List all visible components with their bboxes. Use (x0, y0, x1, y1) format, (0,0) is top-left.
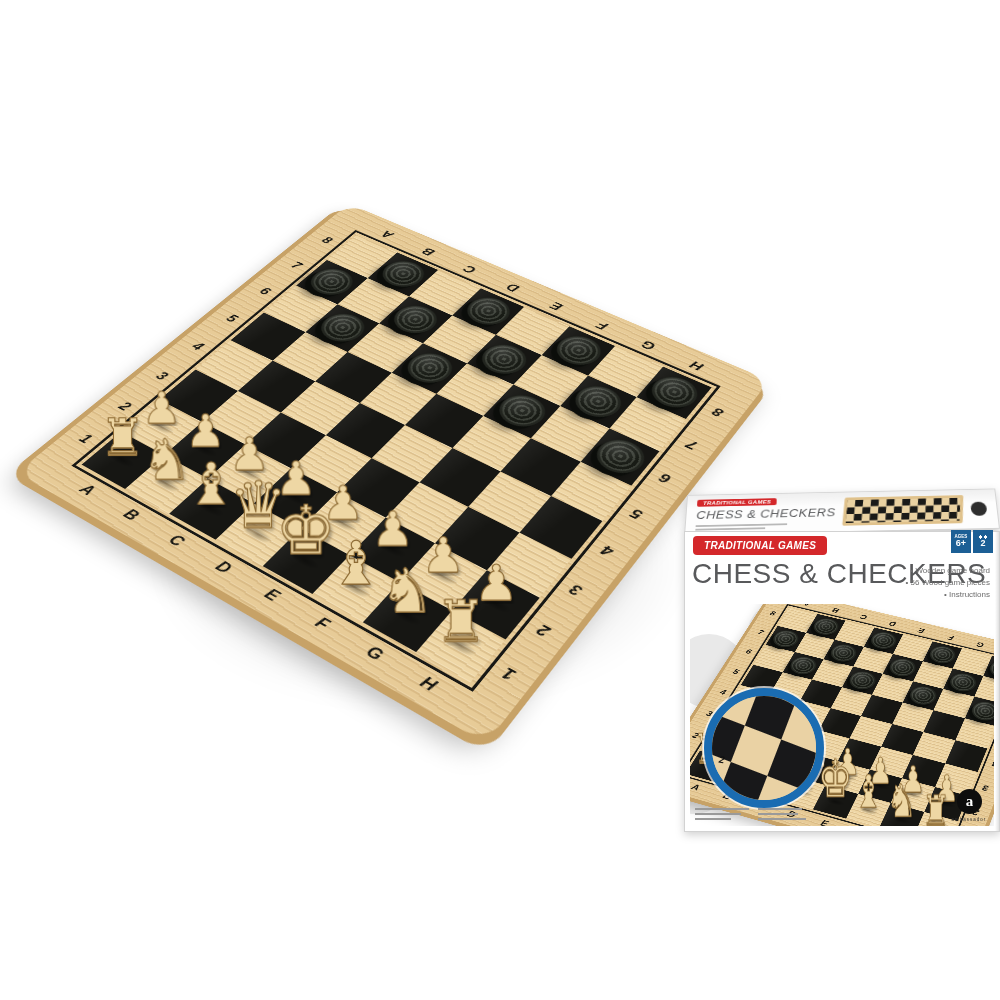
piece-shadow (898, 788, 927, 802)
square-h4 (945, 740, 987, 772)
coord-label-rank-5: 5 (987, 726, 994, 755)
square-d8 (452, 288, 524, 334)
square-g8 (588, 346, 662, 397)
piece-black-checker-h8 (987, 658, 994, 680)
square-e2 (826, 761, 870, 794)
square-e7 (467, 335, 541, 385)
square-a5 (231, 312, 306, 360)
piece-black-checker-e7 (886, 656, 919, 678)
square-h5 (955, 718, 994, 748)
ambassador-logo: a ® (957, 789, 982, 814)
piece-black-checker-e7 (474, 339, 535, 380)
square-e6 (872, 674, 913, 702)
registered-mark: ® (984, 786, 988, 792)
square-f5 (892, 702, 933, 732)
coord-label-rank-4: 4 (164, 325, 231, 369)
coord-label-file-d: D (874, 613, 911, 634)
square-g1 (879, 803, 924, 826)
square-g8 (953, 648, 992, 675)
square-g2 (891, 778, 935, 811)
board-drop-shadow (150, 420, 690, 710)
piece-black-checker-h6 (969, 699, 994, 723)
coord-label-file-f: F (932, 626, 969, 648)
square-f8 (923, 641, 962, 668)
square-h7 (974, 676, 994, 705)
piece-white-R-h1: ♜ (918, 776, 954, 826)
coord-label-file-b: B (397, 233, 460, 270)
coord-label-file-e: E (803, 809, 846, 826)
piece-black-checker-b6 (312, 308, 372, 347)
piece-black-checker-h8 (643, 371, 704, 414)
square-a6 (264, 286, 337, 332)
square-e6 (437, 363, 513, 415)
multilingual-fine-print (695, 808, 806, 820)
checker-motif-ring (786, 630, 850, 694)
info-badges: AGES 6+ 2 (951, 530, 993, 553)
piece-black-checker-b8 (374, 256, 431, 292)
square-f4 (881, 724, 923, 755)
square-f7 (513, 355, 588, 406)
piece-white-P-e2: ♟ (830, 726, 864, 780)
coord-label-file-c: C (845, 606, 881, 627)
brand-badge: TRADITIONAL GAMES (693, 536, 827, 555)
feature-bullet: Wooden game board (906, 565, 991, 577)
feature-bullets: Wooden game board 56 Wood game pieces In… (906, 565, 991, 601)
square-f1 (846, 794, 891, 826)
box-front-face: TRADITIONAL GAMES AGES 6+ 2 CHESS & CHEC… (684, 531, 1000, 832)
square-a4 (196, 340, 273, 390)
square-a8 (327, 235, 397, 278)
square-c6 (348, 323, 423, 372)
piece-white-B-f1: ♝ (851, 758, 886, 813)
square-d4 (819, 708, 861, 738)
coord-label-rank-8: 8 (686, 387, 751, 436)
piece-black-checker-d6 (399, 348, 460, 389)
square-g5 (923, 710, 964, 740)
piece-black-checker-d6 (846, 669, 879, 692)
coord-label-file-b: B (817, 604, 853, 621)
box-artwork-panel: ABCDEFGHABCDEFGH8765432187654321♟♟♟♟♟♟♟♟… (690, 604, 994, 826)
coord-label-file-d: D (480, 268, 545, 307)
flap-logo-circle (970, 502, 987, 516)
product-photo-stage: ABCDEFGHABCDEFGH8765432187654321♟♟♟♟♟♟♟♟… (0, 0, 1000, 1000)
magnified-squares (704, 688, 824, 808)
square-d7 (853, 647, 893, 674)
square-b6 (305, 304, 379, 352)
square-h8 (983, 656, 994, 684)
square-a3 (159, 369, 237, 421)
product-box: TRADITIONAL GAMES CHESS & CHECKERS TRADI… (684, 486, 1000, 832)
piece-white-N-g1: ♞ (884, 767, 920, 823)
magnifier-ring: 2 (704, 688, 824, 808)
square-d6 (392, 343, 467, 393)
coord-label-file-c: C (438, 250, 502, 288)
square-b8 (368, 252, 438, 296)
square-f3 (870, 746, 913, 778)
coord-label-rank-8: 8 (296, 222, 356, 260)
piece-black-checker-f8 (548, 331, 608, 371)
coord-label-file-g: G (962, 633, 994, 655)
players-badge: 2 (973, 530, 993, 553)
square-g3 (902, 755, 945, 787)
square-g6 (933, 689, 974, 718)
flap-brand-badge: TRADITIONAL GAMES (697, 498, 777, 507)
piece-black-checker-g7 (567, 380, 629, 423)
square-e1 (813, 785, 858, 819)
coord-label-rank-5: 5 (199, 298, 264, 341)
players-badge-value: 2 (980, 539, 985, 548)
logo-letter: a (966, 793, 974, 810)
square-e5 (861, 695, 903, 724)
coord-label-rank-7: 7 (265, 246, 327, 285)
square-b7 (337, 278, 409, 324)
square-g7 (943, 668, 983, 696)
piece-white-P-g2: ♟ (896, 743, 931, 798)
logo-caption: ambassador (950, 817, 988, 822)
piece-white-P-f2: ♟ (863, 734, 898, 789)
piece-black-checker-f8 (926, 644, 958, 666)
coordinate-strip: ABCDEFGH (357, 216, 731, 387)
piece-white-R-a1: ♜ (94, 396, 151, 464)
coord-label-file-h: H (992, 640, 994, 662)
piece-shadow (833, 770, 862, 784)
coord-label-rank-3: 3 (127, 353, 196, 399)
flap-fine-print (695, 520, 835, 530)
square-c5 (315, 352, 391, 403)
coord-label-file-a: A (49, 465, 124, 517)
piece-black-checker-d8 (459, 292, 518, 330)
square-f6 (903, 681, 944, 710)
piece-shadow (887, 813, 917, 826)
square-f8 (542, 326, 616, 375)
piece-shadow (866, 779, 895, 793)
box-top-flap: TRADITIONAL GAMES CHESS & CHECKERS (684, 488, 1000, 535)
square-e4 (850, 716, 892, 746)
feature-bullet: 56 Wood game pieces (906, 577, 991, 589)
piece-black-checker-c7 (386, 300, 445, 338)
square-b5 (272, 332, 348, 382)
age-badge: AGES 6+ (951, 530, 971, 553)
coord-label-file-e: E (524, 286, 589, 326)
piece-shadow (821, 794, 850, 808)
square-f7 (913, 661, 953, 689)
square-e8 (893, 634, 932, 661)
flap-board-artwork (842, 495, 963, 526)
coord-label-rank-1: 1 (49, 414, 121, 465)
piece-black-checker-g7 (947, 671, 979, 694)
square-g4 (913, 732, 955, 763)
square-d5 (830, 687, 872, 716)
piece-shadow (921, 822, 951, 826)
piece-black-checker-a7 (303, 264, 361, 300)
coord-label-file-h: H (663, 344, 731, 388)
flap-text-block: TRADITIONAL GAMES CHESS & CHECKERS (695, 497, 835, 531)
piece-black-checker-f6 (906, 684, 939, 707)
feature-bullet: Instructions (906, 589, 991, 601)
coord-label-rank-4: 4 (978, 748, 994, 778)
piece-shadow (100, 446, 145, 475)
coord-label-file-a: A (357, 216, 419, 252)
age-badge-value: 6+ (956, 539, 966, 548)
coord-label-file-g: G (615, 324, 682, 366)
coord-label-file-e: E (903, 620, 940, 642)
square-d7 (422, 315, 496, 363)
square-a7 (296, 260, 367, 304)
coord-label-rank-2: 2 (89, 383, 159, 431)
piece-black-checker-d8 (867, 630, 899, 651)
coord-label-rank-6: 6 (233, 271, 296, 312)
coord-label-file-f: F (569, 305, 635, 346)
flap-title: CHESS & CHECKERS (696, 505, 836, 521)
coord-label-file-f: F (836, 819, 879, 826)
square-h6 (965, 697, 994, 726)
piece-shadow (854, 803, 883, 818)
square-h8 (636, 366, 711, 418)
square-e7 (883, 654, 923, 682)
square-e3 (838, 738, 881, 769)
square-e8 (496, 307, 569, 355)
square-b4 (238, 360, 315, 412)
square-c8 (409, 270, 480, 315)
square-c7 (379, 296, 452, 343)
square-d8 (864, 627, 903, 653)
square-f2 (858, 770, 902, 803)
square-d5 (359, 372, 436, 425)
